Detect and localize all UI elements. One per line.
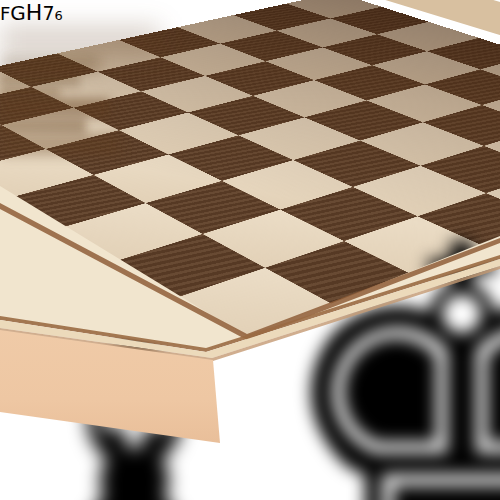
board-frame-side-right <box>0 0 500 500</box>
photo-stage: FGH76 ♝♚♟♝♞♟♟♜♟♛ <box>0 0 500 500</box>
